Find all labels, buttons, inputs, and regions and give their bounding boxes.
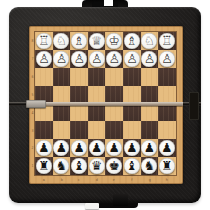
black-knight-glyph: ♞	[53, 158, 69, 174]
square-e2[interactable]: ♟	[105, 139, 123, 157]
black-pawn-glyph: ♟	[36, 140, 52, 156]
white-rook-glyph: ♖	[36, 32, 52, 48]
black-knight-glyph: ♞	[141, 158, 157, 174]
piece-black-bishop-c1[interactable]: ♝	[71, 158, 87, 174]
piece-white-pawn-e7[interactable]: ♙	[106, 51, 122, 67]
white-king-glyph: ♔	[106, 32, 122, 48]
square-f2[interactable]: ♟	[123, 139, 141, 157]
bottom-latch-button	[113, 194, 128, 206]
square-a7[interactable]: ♙	[35, 50, 53, 68]
black-pawn-glyph: ♟	[141, 140, 157, 156]
white-pawn-glyph: ♙	[71, 50, 87, 66]
file-label-b: b	[58, 179, 65, 182]
square-d6[interactable]	[88, 68, 106, 86]
square-b6[interactable]	[53, 68, 71, 86]
pocket-chess-set-photo: ♖♘♗♕♔♗♘♖♙♙♙♙♙♙♙♙♟♟♟♟♟♟♟♟♜♞♝♛♚♝♞♜ abcdefg…	[0, 0, 210, 210]
piece-black-pawn-g2[interactable]: ♟	[141, 140, 157, 156]
piece-black-bishop-f1[interactable]: ♝	[124, 158, 140, 174]
square-f8[interactable]: ♗	[123, 32, 141, 50]
square-e1[interactable]: ♚	[105, 157, 123, 175]
black-rook-glyph: ♜	[159, 158, 175, 174]
file-label-h: h	[163, 179, 170, 182]
piece-white-pawn-d7[interactable]: ♙	[89, 51, 105, 67]
file-label-e: e	[110, 179, 117, 182]
white-queen-glyph: ♕	[89, 32, 105, 48]
square-b3[interactable]	[53, 121, 71, 139]
white-pawn-glyph: ♙	[159, 50, 175, 66]
black-pawn-glyph: ♟	[71, 140, 87, 156]
right-hinge	[189, 92, 200, 120]
square-e3[interactable]	[105, 121, 123, 139]
black-bishop-glyph: ♝	[71, 158, 87, 174]
square-f4[interactable]	[123, 104, 141, 122]
black-rook-glyph: ♜	[36, 158, 52, 174]
square-d1[interactable]: ♛	[88, 157, 106, 175]
piece-black-pawn-b2[interactable]: ♟	[53, 140, 69, 156]
square-d2[interactable]: ♟	[88, 139, 106, 157]
square-a3[interactable]	[35, 121, 53, 139]
square-g3[interactable]	[141, 121, 159, 139]
piece-black-pawn-f2[interactable]: ♟	[124, 140, 140, 156]
square-e4[interactable]	[105, 104, 123, 122]
piece-white-bishop-f8[interactable]: ♗	[124, 33, 140, 49]
file-label-c: c	[75, 179, 82, 182]
black-bishop-glyph: ♝	[124, 158, 140, 174]
white-pawn-glyph: ♙	[106, 50, 122, 66]
square-h7[interactable]: ♙	[158, 50, 176, 68]
rank-label-4: 4	[31, 109, 33, 116]
white-pawn-glyph: ♙	[53, 50, 69, 66]
rank-label-6: 6	[31, 73, 33, 80]
file-label-g: g	[146, 179, 153, 182]
piece-black-pawn-c2[interactable]: ♟	[71, 140, 87, 156]
square-c7[interactable]: ♙	[70, 50, 88, 68]
piece-white-knight-b8[interactable]: ♘	[53, 33, 69, 49]
piece-black-knight-g1[interactable]: ♞	[141, 158, 157, 174]
piece-white-rook-h8[interactable]: ♖	[159, 33, 175, 49]
square-g7[interactable]: ♙	[141, 50, 159, 68]
square-h6[interactable]	[158, 68, 176, 86]
square-g8[interactable]: ♘	[141, 32, 159, 50]
rank-label-7: 7	[31, 55, 33, 62]
piece-white-pawn-g7[interactable]: ♙	[141, 51, 157, 67]
rank-label-1: 1	[31, 163, 33, 170]
square-g6[interactable]	[141, 68, 159, 86]
piece-black-knight-b1[interactable]: ♞	[53, 158, 69, 174]
white-bishop-glyph: ♗	[71, 32, 87, 48]
square-h1[interactable]: ♜	[158, 157, 176, 175]
square-e7[interactable]: ♙	[105, 50, 123, 68]
piece-white-pawn-a7[interactable]: ♙	[36, 51, 52, 67]
square-c2[interactable]: ♟	[70, 139, 88, 157]
square-e8[interactable]: ♔	[105, 32, 123, 50]
piece-black-king-e1[interactable]: ♚	[106, 158, 122, 174]
piece-black-queen-d1[interactable]: ♛	[89, 158, 105, 174]
black-pawn-glyph: ♟	[159, 140, 175, 156]
square-b7[interactable]: ♙	[53, 50, 71, 68]
rank-label-2: 2	[31, 145, 33, 152]
black-pawn-glyph: ♟	[89, 140, 105, 156]
piece-black-pawn-d2[interactable]: ♟	[89, 140, 105, 156]
square-b8[interactable]: ♘	[53, 32, 71, 50]
square-d8[interactable]: ♕	[88, 32, 106, 50]
square-c1[interactable]: ♝	[70, 157, 88, 175]
top-latch-notch	[104, 0, 113, 6]
piece-white-rook-a8[interactable]: ♖	[36, 33, 52, 49]
white-rook-glyph: ♖	[159, 32, 175, 48]
square-c8[interactable]: ♗	[70, 32, 88, 50]
white-knight-glyph: ♘	[53, 32, 69, 48]
black-queen-glyph: ♛	[89, 158, 105, 174]
white-pawn-glyph: ♙	[89, 50, 105, 66]
square-h3[interactable]	[158, 121, 176, 139]
square-c3[interactable]	[70, 121, 88, 139]
black-pawn-glyph: ♟	[124, 140, 140, 156]
square-h8[interactable]: ♖	[158, 32, 176, 50]
file-label-f: f	[128, 179, 135, 182]
square-c4[interactable]	[70, 104, 88, 122]
piece-black-pawn-e2[interactable]: ♟	[106, 140, 122, 156]
square-d7[interactable]: ♙	[88, 50, 106, 68]
square-c6[interactable]	[70, 68, 88, 86]
hinge-seam-board	[29, 102, 183, 106]
label-sticker	[85, 203, 99, 209]
white-pawn-glyph: ♙	[36, 50, 52, 66]
piece-white-pawn-b7[interactable]: ♙	[53, 51, 69, 67]
black-pawn-glyph: ♟	[53, 140, 69, 156]
square-h2[interactable]: ♟	[158, 139, 176, 157]
square-g4[interactable]	[141, 104, 159, 122]
white-bishop-glyph: ♗	[124, 32, 140, 48]
rank-label-3: 3	[31, 127, 33, 134]
piece-black-pawn-a2[interactable]: ♟	[36, 140, 52, 156]
file-label-d: d	[93, 179, 100, 182]
square-a8[interactable]: ♖	[35, 32, 53, 50]
black-king-glyph: ♚	[106, 158, 122, 174]
file-label-a: a	[40, 179, 47, 182]
square-a6[interactable]	[35, 68, 53, 86]
square-b1[interactable]: ♞	[53, 157, 71, 175]
piece-white-pawn-f7[interactable]: ♙	[124, 51, 140, 67]
piece-black-rook-a1[interactable]: ♜	[36, 158, 52, 174]
piece-white-pawn-c7[interactable]: ♙	[71, 51, 87, 67]
piece-white-queen-d8[interactable]: ♕	[89, 33, 105, 49]
square-a1[interactable]: ♜	[35, 157, 53, 175]
piece-white-pawn-h7[interactable]: ♙	[159, 51, 175, 67]
rank-label-5: 5	[31, 91, 33, 98]
square-f3[interactable]	[123, 121, 141, 139]
square-d4[interactable]	[88, 104, 106, 122]
piece-white-king-e8[interactable]: ♔	[106, 33, 122, 49]
piece-white-knight-g8[interactable]: ♘	[141, 33, 157, 49]
rank-label-8: 8	[31, 37, 33, 44]
white-pawn-glyph: ♙	[124, 50, 140, 66]
piece-black-pawn-h2[interactable]: ♟	[159, 140, 175, 156]
square-f7[interactable]: ♙	[123, 50, 141, 68]
square-d3[interactable]	[88, 121, 106, 139]
square-e6[interactable]	[105, 68, 123, 86]
piece-white-bishop-c8[interactable]: ♗	[71, 33, 87, 49]
left-hinge	[26, 100, 46, 108]
square-b4[interactable]	[53, 104, 71, 122]
square-b2[interactable]: ♟	[53, 139, 71, 157]
file-labels: abcdefgh	[35, 177, 176, 183]
square-f1[interactable]: ♝	[123, 157, 141, 175]
square-g2[interactable]: ♟	[141, 139, 159, 157]
square-a2[interactable]: ♟	[35, 139, 53, 157]
black-pawn-glyph: ♟	[106, 140, 122, 156]
white-pawn-glyph: ♙	[141, 50, 157, 66]
piece-black-rook-h1[interactable]: ♜	[159, 158, 175, 174]
square-h4[interactable]	[158, 104, 176, 122]
white-knight-glyph: ♘	[141, 32, 157, 48]
square-g1[interactable]: ♞	[141, 157, 159, 175]
square-f6[interactable]	[123, 68, 141, 86]
